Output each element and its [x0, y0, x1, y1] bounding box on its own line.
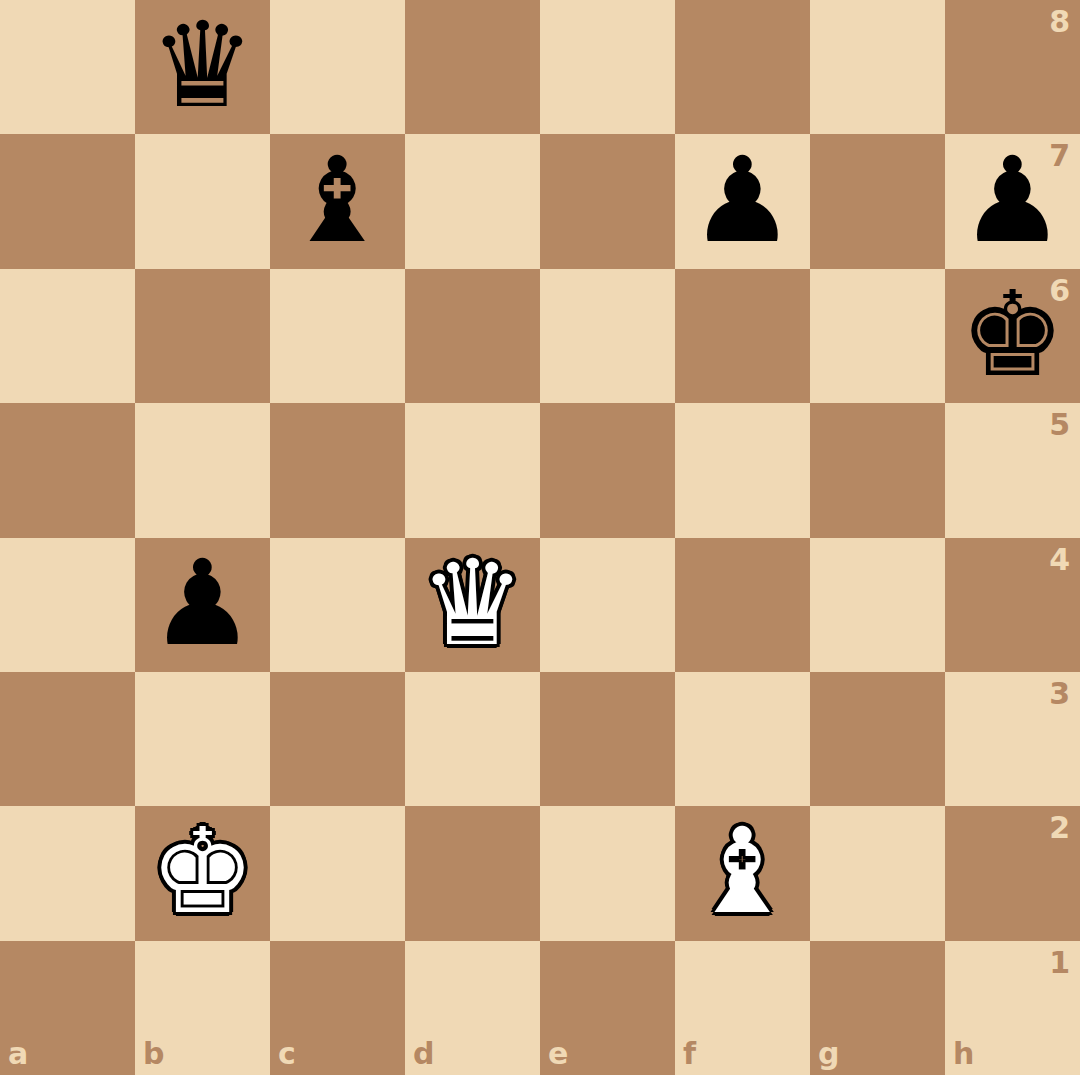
- square-b5[interactable]: [135, 403, 270, 537]
- square-b3[interactable]: [135, 672, 270, 806]
- piece-black-pawn[interactable]: ♟: [690, 141, 796, 259]
- square-e5[interactable]: [540, 403, 675, 537]
- square-f5[interactable]: [675, 403, 810, 537]
- square-f7[interactable]: ♟: [675, 134, 810, 268]
- square-h7[interactable]: ♟7: [945, 134, 1080, 268]
- square-h6[interactable]: ♚6: [945, 269, 1080, 403]
- square-a8[interactable]: [0, 0, 135, 134]
- square-c8[interactable]: [270, 0, 405, 134]
- square-a3[interactable]: [0, 672, 135, 806]
- file-label-d: d: [413, 1039, 434, 1069]
- square-d8[interactable]: [405, 0, 540, 134]
- square-h4[interactable]: 4: [945, 538, 1080, 672]
- square-g7[interactable]: [810, 134, 945, 268]
- square-g8[interactable]: [810, 0, 945, 134]
- square-f6[interactable]: [675, 269, 810, 403]
- piece-black-pawn[interactable]: ♟: [150, 544, 256, 662]
- square-d2[interactable]: [405, 806, 540, 940]
- square-h1[interactable]: h1: [945, 941, 1080, 1075]
- square-a1[interactable]: a: [0, 941, 135, 1075]
- rank-label-8: 8: [1049, 7, 1070, 37]
- square-d1[interactable]: d: [405, 941, 540, 1075]
- square-e1[interactable]: e: [540, 941, 675, 1075]
- rank-label-5: 5: [1049, 410, 1070, 440]
- square-b2[interactable]: ♚: [135, 806, 270, 940]
- square-d6[interactable]: [405, 269, 540, 403]
- square-b8[interactable]: ♛: [135, 0, 270, 134]
- square-h5[interactable]: 5: [945, 403, 1080, 537]
- square-c1[interactable]: c: [270, 941, 405, 1075]
- piece-black-queen[interactable]: ♛: [150, 6, 256, 124]
- square-g3[interactable]: [810, 672, 945, 806]
- square-b6[interactable]: [135, 269, 270, 403]
- square-b4[interactable]: ♟: [135, 538, 270, 672]
- file-label-a: a: [8, 1039, 28, 1069]
- square-d3[interactable]: [405, 672, 540, 806]
- square-c3[interactable]: [270, 672, 405, 806]
- piece-black-pawn[interactable]: ♟: [960, 141, 1066, 259]
- square-d4[interactable]: ♛: [405, 538, 540, 672]
- square-f1[interactable]: f: [675, 941, 810, 1075]
- rank-label-4: 4: [1049, 545, 1070, 575]
- square-h2[interactable]: 2: [945, 806, 1080, 940]
- square-d7[interactable]: [405, 134, 540, 268]
- square-g4[interactable]: [810, 538, 945, 672]
- square-g1[interactable]: g: [810, 941, 945, 1075]
- piece-black-king[interactable]: ♚: [960, 275, 1066, 393]
- square-a5[interactable]: [0, 403, 135, 537]
- square-c5[interactable]: [270, 403, 405, 537]
- square-a7[interactable]: [0, 134, 135, 268]
- square-c6[interactable]: [270, 269, 405, 403]
- square-g2[interactable]: [810, 806, 945, 940]
- piece-black-bishop[interactable]: ♝: [285, 141, 391, 259]
- square-e2[interactable]: [540, 806, 675, 940]
- file-label-e: e: [548, 1039, 568, 1069]
- rank-label-2: 2: [1049, 813, 1070, 843]
- square-d5[interactable]: [405, 403, 540, 537]
- square-a2[interactable]: [0, 806, 135, 940]
- chess-board: ♛8♝♟♟7♚65♟♛43♚♝2abcdefgh1: [0, 0, 1080, 1075]
- piece-white-bishop[interactable]: ♝: [690, 812, 796, 930]
- square-f2[interactable]: ♝: [675, 806, 810, 940]
- rank-label-1: 1: [1049, 948, 1070, 978]
- square-a6[interactable]: [0, 269, 135, 403]
- square-f3[interactable]: [675, 672, 810, 806]
- square-e7[interactable]: [540, 134, 675, 268]
- square-h8[interactable]: 8: [945, 0, 1080, 134]
- square-b7[interactable]: [135, 134, 270, 268]
- square-c7[interactable]: ♝: [270, 134, 405, 268]
- rank-label-3: 3: [1049, 679, 1070, 709]
- square-c2[interactable]: [270, 806, 405, 940]
- piece-white-queen[interactable]: ♛: [420, 544, 526, 662]
- square-e8[interactable]: [540, 0, 675, 134]
- square-b1[interactable]: b: [135, 941, 270, 1075]
- square-c4[interactable]: [270, 538, 405, 672]
- file-label-h: h: [953, 1039, 974, 1069]
- file-label-g: g: [818, 1039, 839, 1069]
- square-e4[interactable]: [540, 538, 675, 672]
- square-a4[interactable]: [0, 538, 135, 672]
- square-f4[interactable]: [675, 538, 810, 672]
- square-h3[interactable]: 3: [945, 672, 1080, 806]
- square-e6[interactable]: [540, 269, 675, 403]
- file-label-b: b: [143, 1039, 164, 1069]
- piece-white-king[interactable]: ♚: [150, 812, 256, 930]
- file-label-c: c: [278, 1039, 296, 1069]
- file-label-f: f: [683, 1039, 696, 1069]
- square-g5[interactable]: [810, 403, 945, 537]
- square-e3[interactable]: [540, 672, 675, 806]
- square-f8[interactable]: [675, 0, 810, 134]
- square-g6[interactable]: [810, 269, 945, 403]
